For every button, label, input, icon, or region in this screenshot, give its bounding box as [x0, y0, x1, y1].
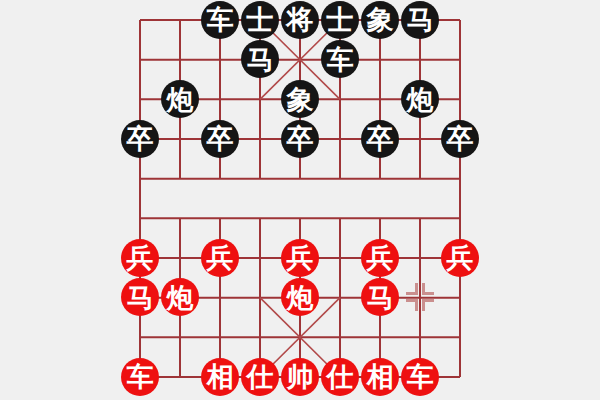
- intersection-f8: [320, 79, 360, 119]
- red-soldier[interactable]: 兵: [281, 239, 319, 277]
- red-chariot[interactable]: 车: [121, 358, 159, 396]
- intersection-g8: [360, 79, 400, 119]
- intersection-h3: [400, 278, 440, 318]
- black-chariot[interactable]: 车: [201, 1, 239, 39]
- intersection-e5: [280, 198, 320, 238]
- intersection-d4: [240, 238, 280, 278]
- intersection-f7: [320, 119, 360, 159]
- intersection-c7: 卒: [200, 119, 240, 159]
- intersection-h1: 车: [400, 357, 440, 397]
- intersection-a10: [120, 0, 160, 40]
- intersection-d2: [240, 317, 280, 357]
- intersection-i2: [440, 317, 480, 357]
- intersection-g7: 卒: [360, 119, 400, 159]
- red-soldier[interactable]: 兵: [201, 239, 239, 277]
- intersection-f10: 士: [320, 0, 360, 40]
- intersection-d10: 士: [240, 0, 280, 40]
- intersection-a4: 兵: [120, 238, 160, 278]
- intersection-e2: [280, 317, 320, 357]
- intersection-b5: [160, 198, 200, 238]
- intersection-b3: 炮: [160, 278, 200, 318]
- red-cannon[interactable]: 炮: [161, 278, 199, 316]
- intersection-g9: [360, 40, 400, 80]
- intersection-h2: [400, 317, 440, 357]
- intersection-g1: 相: [360, 357, 400, 397]
- intersection-f3: [320, 278, 360, 318]
- intersection-h9: [400, 40, 440, 80]
- intersection-h8: 炮: [400, 79, 440, 119]
- marker-corner-tr: [422, 283, 434, 295]
- intersection-i5: [440, 198, 480, 238]
- red-horse[interactable]: 马: [121, 278, 159, 316]
- red-elephant[interactable]: 相: [361, 358, 399, 396]
- intersection-b1: [160, 357, 200, 397]
- intersection-f6: [320, 159, 360, 199]
- red-advisor[interactable]: 仕: [321, 358, 359, 396]
- intersection-b4: [160, 238, 200, 278]
- intersection-f9: 车: [320, 40, 360, 80]
- intersection-i3: [440, 278, 480, 318]
- intersection-c10: 车: [200, 0, 240, 40]
- black-advisor[interactable]: 士: [321, 1, 359, 39]
- black-elephant[interactable]: 象: [281, 80, 319, 118]
- intersection-g4: 兵: [360, 238, 400, 278]
- intersection-g6: [360, 159, 400, 199]
- intersection-f1: 仕: [320, 357, 360, 397]
- intersection-c6: [200, 159, 240, 199]
- black-horse[interactable]: 马: [241, 40, 279, 78]
- intersection-e9: [280, 40, 320, 80]
- intersection-g5: [360, 198, 400, 238]
- marker-corner-br: [422, 299, 434, 311]
- intersection-g2: [360, 317, 400, 357]
- intersection-b10: [160, 0, 200, 40]
- intersection-d7: [240, 119, 280, 159]
- intersection-a5: [120, 198, 160, 238]
- intersection-f4: [320, 238, 360, 278]
- intersection-e4: 兵: [280, 238, 320, 278]
- intersection-c2: [200, 317, 240, 357]
- red-soldier[interactable]: 兵: [121, 239, 159, 277]
- red-soldier[interactable]: 兵: [441, 239, 479, 277]
- black-advisor[interactable]: 士: [241, 1, 279, 39]
- black-soldier[interactable]: 卒: [361, 120, 399, 158]
- intersection-a9: [120, 40, 160, 80]
- intersection-a1: 车: [120, 357, 160, 397]
- marker-corner-bl: [406, 299, 418, 311]
- black-cannon[interactable]: 炮: [161, 80, 199, 118]
- intersection-i6: [440, 159, 480, 199]
- intersection-i9: [440, 40, 480, 80]
- black-soldier[interactable]: 卒: [201, 120, 239, 158]
- intersection-d9: 马: [240, 40, 280, 80]
- red-horse[interactable]: 马: [361, 278, 399, 316]
- black-soldier[interactable]: 卒: [441, 120, 479, 158]
- intersection-i7: 卒: [440, 119, 480, 159]
- intersection-d3: [240, 278, 280, 318]
- intersection-b2: [160, 317, 200, 357]
- intersection-c5: [200, 198, 240, 238]
- intersection-e8: 象: [280, 79, 320, 119]
- intersection-c9: [200, 40, 240, 80]
- piece-grid: 车士将士象马马车炮象炮卒卒卒卒卒兵兵兵兵兵马炮炮马车相仕帅仕相车: [120, 0, 480, 397]
- intersection-h10: 马: [400, 0, 440, 40]
- intersection-a3: 马: [120, 278, 160, 318]
- red-soldier[interactable]: 兵: [361, 239, 399, 277]
- intersection-g3: 马: [360, 278, 400, 318]
- intersection-h7: [400, 119, 440, 159]
- intersection-h5: [400, 198, 440, 238]
- intersection-c1: 相: [200, 357, 240, 397]
- intersection-d5: [240, 198, 280, 238]
- black-horse[interactable]: 马: [401, 1, 439, 39]
- intersection-e7: 卒: [280, 119, 320, 159]
- red-cannon[interactable]: 炮: [281, 278, 319, 316]
- red-advisor[interactable]: 仕: [241, 358, 279, 396]
- intersection-e10: 将: [280, 0, 320, 40]
- intersection-a8: [120, 79, 160, 119]
- intersection-g10: 象: [360, 0, 400, 40]
- intersection-i10: [440, 0, 480, 40]
- black-chariot[interactable]: 车: [321, 40, 359, 78]
- intersection-d1: 仕: [240, 357, 280, 397]
- intersection-i1: [440, 357, 480, 397]
- marker-corner-tl: [406, 283, 418, 295]
- intersection-d6: [240, 159, 280, 199]
- black-elephant[interactable]: 象: [361, 1, 399, 39]
- intersection-b9: [160, 40, 200, 80]
- intersection-a6: [120, 159, 160, 199]
- intersection-e1: 帅: [280, 357, 320, 397]
- intersection-h4: [400, 238, 440, 278]
- intersection-i8: [440, 79, 480, 119]
- red-elephant[interactable]: 相: [201, 358, 239, 396]
- intersection-a7: 卒: [120, 119, 160, 159]
- intersection-c8: [200, 79, 240, 119]
- intersection-b8: 炮: [160, 79, 200, 119]
- intersection-e6: [280, 159, 320, 199]
- black-general[interactable]: 将: [281, 1, 319, 39]
- intersection-e3: 炮: [280, 278, 320, 318]
- intersection-b7: [160, 119, 200, 159]
- last-move-marker: [406, 283, 434, 311]
- intersection-a2: [120, 317, 160, 357]
- red-general[interactable]: 帅: [281, 358, 319, 396]
- intersection-h6: [400, 159, 440, 199]
- intersection-f2: [320, 317, 360, 357]
- red-chariot[interactable]: 车: [401, 358, 439, 396]
- intersection-f5: [320, 198, 360, 238]
- intersection-c4: 兵: [200, 238, 240, 278]
- black-soldier[interactable]: 卒: [121, 120, 159, 158]
- intersection-b6: [160, 159, 200, 199]
- intersection-d8: [240, 79, 280, 119]
- intersection-c3: [200, 278, 240, 318]
- xiangqi-board: 车士将士象马马车炮象炮卒卒卒卒卒兵兵兵兵兵马炮炮马车相仕帅仕相车: [120, 0, 480, 397]
- black-cannon[interactable]: 炮: [401, 80, 439, 118]
- black-soldier[interactable]: 卒: [281, 120, 319, 158]
- intersection-i4: 兵: [440, 238, 480, 278]
